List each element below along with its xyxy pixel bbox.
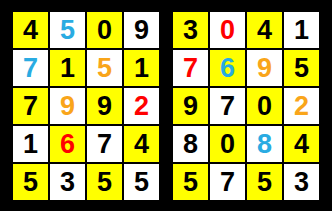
- cell-right-r3c3[interactable]: 0: [247, 88, 282, 124]
- cell-left-r2c1[interactable]: 7: [13, 50, 48, 86]
- cell-left-r4c1[interactable]: 1: [13, 126, 48, 162]
- cell-right-r3c1[interactable]: 9: [173, 88, 208, 124]
- cell-right-r4c3[interactable]: 8: [247, 126, 282, 162]
- cell-left-r3c1[interactable]: 7: [13, 88, 48, 124]
- right-digit-grid: 30417695970280845753: [173, 12, 319, 200]
- cell-right-r4c4[interactable]: 4: [284, 126, 319, 162]
- cell-right-r4c2[interactable]: 0: [210, 126, 245, 162]
- cell-left-r2c3[interactable]: 5: [87, 50, 122, 86]
- cell-right-r1c2[interactable]: 0: [210, 12, 245, 48]
- cell-right-r3c4[interactable]: 2: [284, 88, 319, 124]
- cell-left-r1c2[interactable]: 5: [50, 12, 85, 48]
- cell-left-r4c2[interactable]: 6: [50, 126, 85, 162]
- cell-right-r2c3[interactable]: 9: [247, 50, 282, 86]
- left-digit-grid: 45097151799216745355: [13, 12, 159, 200]
- cell-right-r1c1[interactable]: 3: [173, 12, 208, 48]
- cell-right-r5c2[interactable]: 7: [210, 164, 245, 200]
- cell-right-r1c3[interactable]: 4: [247, 12, 282, 48]
- cell-left-r4c4[interactable]: 4: [124, 126, 159, 162]
- cell-right-r3c2[interactable]: 7: [210, 88, 245, 124]
- cell-left-r1c4[interactable]: 9: [124, 12, 159, 48]
- cell-left-r4c3[interactable]: 7: [87, 126, 122, 162]
- cell-left-r2c4[interactable]: 1: [124, 50, 159, 86]
- cell-right-r2c1[interactable]: 7: [173, 50, 208, 86]
- cell-left-r3c3[interactable]: 9: [87, 88, 122, 124]
- cell-left-r1c3[interactable]: 0: [87, 12, 122, 48]
- cell-left-r5c4[interactable]: 5: [124, 164, 159, 200]
- cell-left-r1c1[interactable]: 4: [13, 12, 48, 48]
- cell-left-r5c2[interactable]: 3: [50, 164, 85, 200]
- cell-left-r2c2[interactable]: 1: [50, 50, 85, 86]
- cell-right-r2c4[interactable]: 5: [284, 50, 319, 86]
- cell-right-r1c4[interactable]: 1: [284, 12, 319, 48]
- cell-left-r3c2[interactable]: 9: [50, 88, 85, 124]
- cell-right-r2c2[interactable]: 6: [210, 50, 245, 86]
- cell-right-r5c3[interactable]: 5: [247, 164, 282, 200]
- cell-right-r4c1[interactable]: 8: [173, 126, 208, 162]
- cell-left-r5c1[interactable]: 5: [13, 164, 48, 200]
- cell-right-r5c4[interactable]: 3: [284, 164, 319, 200]
- cell-left-r3c4[interactable]: 2: [124, 88, 159, 124]
- cell-left-r5c3[interactable]: 5: [87, 164, 122, 200]
- puzzle-board: 45097151799216745355 3041769597028084575…: [0, 0, 332, 211]
- cell-right-r5c1[interactable]: 5: [173, 164, 208, 200]
